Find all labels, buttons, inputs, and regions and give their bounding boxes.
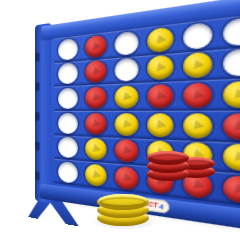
board-cell-r1c3[interactable] [110,28,142,58]
yellow-disc [223,81,240,108]
empty-hole [58,88,78,109]
board-cell-r3c2[interactable] [81,85,110,111]
red-disc [223,113,240,140]
board-cell-r2c4[interactable] [143,53,179,84]
board-cell-r3c4[interactable] [143,82,179,111]
board-left-post [35,23,51,203]
board-cell-r2c2[interactable] [81,58,110,86]
red-disc [183,83,212,109]
board-cell-r2c6[interactable] [218,46,240,80]
board-cell-r6c6[interactable] [218,172,240,208]
post-notch [35,82,39,91]
yellow-disc [183,52,212,79]
board-cell-r3c3[interactable] [110,83,142,111]
yellow-disc [85,164,107,188]
post-notch [35,142,39,151]
board-cell-r4c5[interactable] [178,111,218,142]
board-cell-r5c6[interactable] [218,141,240,175]
empty-hole [223,16,240,46]
empty-hole [114,31,138,56]
board-cell-r1c2[interactable] [81,32,110,61]
board-cell-r1c1[interactable] [54,35,81,62]
empty-hole [58,113,78,134]
board-cell-r1c5[interactable] [178,19,218,53]
red-disc [114,139,138,163]
connect-four-product-photo: CONNECT 4 [0,0,240,240]
yellow-disc [85,138,107,161]
empty-hole [58,161,78,184]
board-cell-r6c1[interactable] [54,159,81,186]
yellow-disc [223,144,240,173]
red-loose-disc [147,151,189,165]
yellow-disc [147,26,173,53]
post-notch [35,112,39,121]
yellow-loose-disc [97,194,149,210]
yellow-disc [114,113,138,136]
red-disc [147,84,173,109]
board-grid [54,7,240,214]
post-notch [35,52,39,61]
empty-hole [183,22,212,50]
board-cell-r1c6[interactable] [218,13,240,49]
board-cell-r5c3[interactable] [110,137,142,166]
board-cell-r4c2[interactable] [81,111,110,137]
board-cell-r6c2[interactable] [81,161,110,190]
logo-text-4: 4 [159,202,164,210]
board-cell-r2c5[interactable] [178,49,218,81]
empty-hole [58,38,78,61]
yellow-disc-stack[interactable] [96,190,150,226]
red-disc [85,87,107,109]
empty-hole [58,63,78,85]
board-cell-r4c3[interactable] [110,111,142,139]
yellow-disc [114,85,138,108]
empty-hole [223,49,240,78]
red-disc [85,61,107,84]
yellow-disc [147,113,173,137]
red-disc [114,166,138,191]
board-cell-r1c4[interactable] [143,23,179,55]
board-cell-r2c3[interactable] [110,55,142,84]
empty-hole [114,58,138,82]
red-disc [223,175,240,205]
board-cell-r4c1[interactable] [54,111,81,136]
red-disc [85,113,107,135]
empty-hole [58,137,78,159]
board-cell-r3c5[interactable] [178,80,218,111]
red-disc [85,34,107,58]
board-cell-r2c1[interactable] [54,61,81,87]
yellow-disc [147,55,173,81]
red-disc-stack-front[interactable] [146,145,190,181]
post-notch [35,171,39,180]
board-cell-r5c2[interactable] [81,136,110,164]
board-cell-r4c6[interactable] [218,111,240,144]
yellow-disc [183,113,212,139]
board-cell-r3c6[interactable] [218,78,240,111]
board-cell-r3c1[interactable] [54,86,81,111]
board-cell-r5c1[interactable] [54,135,81,161]
board-cell-r4c4[interactable] [143,111,179,140]
